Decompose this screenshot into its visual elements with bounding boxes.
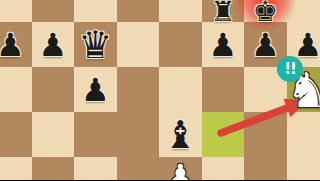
square-b6[interactable] [32, 67, 75, 112]
square-c5[interactable] [74, 112, 117, 157]
square-d5[interactable] [117, 112, 160, 157]
chess-board-screenshot: ♜♚♟♟♛♟♟♟♟♞♝♟ !! [0, 0, 320, 180]
brilliant-move-badge: !! [277, 56, 303, 82]
square-c6[interactable]: ♟ [74, 67, 117, 112]
square-e6[interactable] [159, 67, 202, 112]
piece-black-bishop-e5[interactable]: ♝ [163, 116, 197, 154]
piece-black-king-g8[interactable]: ♚ [253, 0, 278, 26]
square-f5[interactable] [202, 112, 245, 157]
square-g5[interactable] [244, 112, 287, 157]
square-c8[interactable] [74, 0, 117, 22]
square-g8[interactable]: ♚ [244, 0, 287, 22]
piece-black-pawn-b7[interactable]: ♟ [38, 29, 67, 61]
square-e7[interactable] [159, 22, 202, 67]
square-b7[interactable]: ♟ [32, 22, 75, 67]
square-f7[interactable]: ♟ [202, 22, 245, 67]
square-a4[interactable] [0, 157, 32, 180]
square-d8[interactable] [117, 0, 160, 22]
piece-black-pawn-h7[interactable]: ♟ [293, 29, 320, 61]
square-e4[interactable]: ♟ [159, 157, 202, 180]
piece-black-pawn-f7[interactable]: ♟ [208, 29, 237, 61]
piece-black-pawn-g7[interactable]: ♟ [251, 29, 280, 61]
square-c4[interactable] [74, 157, 117, 180]
square-e5[interactable]: ♝ [159, 112, 202, 157]
chess-board: ♜♚♟♟♛♟♟♟♟♞♝♟ [0, 0, 320, 180]
square-h8[interactable] [287, 0, 320, 22]
square-a7[interactable]: ♟ [0, 22, 32, 67]
brilliant-move-label: !! [284, 60, 296, 78]
piece-black-pawn-a7[interactable]: ♟ [0, 29, 25, 61]
square-a6[interactable] [0, 67, 32, 112]
piece-black-queen-c7[interactable]: ♛ [78, 26, 112, 64]
square-h4[interactable] [287, 157, 320, 180]
square-f8[interactable]: ♜ [202, 0, 245, 22]
square-a5[interactable] [0, 112, 32, 157]
square-d6[interactable] [117, 67, 160, 112]
square-h5[interactable] [287, 112, 320, 157]
square-e8[interactable] [159, 0, 202, 22]
square-c7[interactable]: ♛ [74, 22, 117, 67]
square-b8[interactable] [32, 0, 75, 22]
square-d7[interactable] [117, 22, 160, 67]
square-f6[interactable] [202, 67, 245, 112]
square-a8[interactable] [0, 0, 32, 22]
piece-black-rook-f8[interactable]: ♜ [210, 0, 235, 26]
square-d4[interactable] [117, 157, 160, 180]
piece-black-pawn-c6[interactable]: ♟ [81, 74, 110, 106]
square-f4[interactable] [202, 157, 245, 180]
square-b4[interactable] [32, 157, 75, 180]
piece-white-pawn-e4[interactable]: ♟ [166, 160, 195, 181]
square-g4[interactable] [244, 157, 287, 180]
square-b5[interactable] [32, 112, 75, 157]
